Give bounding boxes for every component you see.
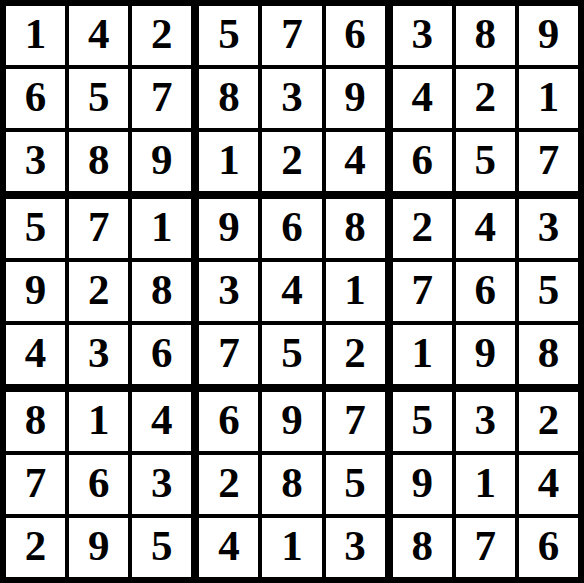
cell-digit: 8: [475, 12, 497, 55]
cell-r5c4[interactable]: 3: [199, 262, 258, 321]
cell-digit: 6: [538, 524, 560, 567]
cell-r3c3[interactable]: 9: [132, 132, 191, 191]
cell-r4c5[interactable]: 6: [262, 199, 321, 258]
cell-digit: 7: [344, 398, 366, 441]
cell-digit: 8: [281, 461, 303, 504]
cell-r4c6[interactable]: 8: [326, 199, 385, 258]
cell-digit: 4: [411, 75, 433, 118]
cell-digit: 8: [25, 398, 47, 441]
cell-digit: 6: [151, 331, 173, 374]
cell-r5c6[interactable]: 1: [326, 262, 385, 321]
cell-digit: 3: [151, 461, 173, 504]
cell-r1c7[interactable]: 3: [393, 6, 452, 65]
cell-r7c4[interactable]: 6: [199, 392, 258, 451]
cell-digit: 5: [25, 205, 47, 248]
cell-digit: 9: [475, 331, 497, 374]
cell-r5c5[interactable]: 4: [262, 262, 321, 321]
cell-digit: 1: [538, 75, 560, 118]
cell-digit: 9: [88, 524, 110, 567]
block-2-1: 571928436: [6, 199, 191, 384]
cell-r9c3[interactable]: 5: [132, 518, 191, 577]
cell-digit: 1: [25, 12, 47, 55]
cell-digit: 9: [151, 138, 173, 181]
cell-r4c3[interactable]: 1: [132, 199, 191, 258]
cell-digit: 8: [411, 524, 433, 567]
cell-digit: 5: [218, 12, 240, 55]
cell-digit: 5: [151, 524, 173, 567]
cell-digit: 6: [411, 138, 433, 181]
cell-digit: 4: [25, 331, 47, 374]
cell-digit: 3: [88, 331, 110, 374]
cell-digit: 5: [411, 398, 433, 441]
cell-digit: 3: [538, 205, 560, 248]
cell-r2c6[interactable]: 9: [326, 69, 385, 128]
cell-r7c1[interactable]: 8: [6, 392, 65, 451]
cell-r4c8[interactable]: 4: [456, 199, 515, 258]
cell-digit: 3: [281, 75, 303, 118]
cell-r5c2[interactable]: 2: [69, 262, 128, 321]
cell-r6c9[interactable]: 8: [519, 325, 578, 384]
cell-digit: 3: [218, 268, 240, 311]
cell-digit: 7: [151, 75, 173, 118]
cell-r3c2[interactable]: 8: [69, 132, 128, 191]
cell-digit: 5: [281, 331, 303, 374]
cell-digit: 2: [151, 12, 173, 55]
cell-r9c5[interactable]: 1: [262, 518, 321, 577]
cell-r6c4[interactable]: 7: [199, 325, 258, 384]
cell-digit: 7: [218, 331, 240, 374]
cell-r8c9[interactable]: 4: [519, 455, 578, 514]
cell-r6c8[interactable]: 9: [456, 325, 515, 384]
cell-digit: 2: [88, 268, 110, 311]
cell-r9c2[interactable]: 9: [69, 518, 128, 577]
cell-r8c8[interactable]: 1: [456, 455, 515, 514]
cell-r6c7[interactable]: 1: [393, 325, 452, 384]
cell-r5c9[interactable]: 5: [519, 262, 578, 321]
cell-r2c3[interactable]: 7: [132, 69, 191, 128]
cell-r6c5[interactable]: 5: [262, 325, 321, 384]
cell-digit: 5: [475, 138, 497, 181]
cell-r7c7[interactable]: 5: [393, 392, 452, 451]
cell-r3c5[interactable]: 2: [262, 132, 321, 191]
cell-r9c4[interactable]: 4: [199, 518, 258, 577]
cell-digit: 3: [475, 398, 497, 441]
cell-r3c1[interactable]: 3: [6, 132, 65, 191]
cell-digit: 7: [475, 524, 497, 567]
cell-digit: 1: [411, 331, 433, 374]
cell-digit: 6: [25, 75, 47, 118]
cell-r1c4[interactable]: 5: [199, 6, 258, 65]
cell-r9c9[interactable]: 6: [519, 518, 578, 577]
cell-digit: 1: [475, 461, 497, 504]
cell-r8c4[interactable]: 2: [199, 455, 258, 514]
cell-digit: 9: [281, 398, 303, 441]
cell-r4c9[interactable]: 3: [519, 199, 578, 258]
cell-r6c3[interactable]: 6: [132, 325, 191, 384]
cell-digit: 2: [411, 205, 433, 248]
cell-r2c2[interactable]: 5: [69, 69, 128, 128]
cell-digit: 8: [538, 331, 560, 374]
cell-r2c1[interactable]: 6: [6, 69, 65, 128]
cell-r2c5[interactable]: 3: [262, 69, 321, 128]
cell-digit: 1: [218, 138, 240, 181]
cell-digit: 2: [25, 524, 47, 567]
cell-digit: 8: [344, 205, 366, 248]
block-1-1: 142657389: [6, 6, 191, 191]
cell-r7c3[interactable]: 4: [132, 392, 191, 451]
cell-r5c8[interactable]: 6: [456, 262, 515, 321]
block-1-3: 389421657: [393, 6, 578, 191]
cell-digit: 9: [344, 75, 366, 118]
cell-r3c6[interactable]: 4: [326, 132, 385, 191]
cell-digit: 2: [218, 461, 240, 504]
cell-digit: 8: [88, 138, 110, 181]
block-2-2: 968341752: [199, 199, 384, 384]
cell-r4c2[interactable]: 7: [69, 199, 128, 258]
cell-r8c3[interactable]: 3: [132, 455, 191, 514]
cell-r1c6[interactable]: 6: [326, 6, 385, 65]
cell-r5c7[interactable]: 7: [393, 262, 452, 321]
cell-r8c7[interactable]: 9: [393, 455, 452, 514]
cell-r9c1[interactable]: 2: [6, 518, 65, 577]
cell-digit: 1: [281, 524, 303, 567]
cell-digit: 9: [538, 12, 560, 55]
cell-digit: 8: [151, 268, 173, 311]
cell-r8c6[interactable]: 5: [326, 455, 385, 514]
cell-r4c7[interactable]: 2: [393, 199, 452, 258]
cell-digit: 5: [344, 461, 366, 504]
cell-digit: 8: [218, 75, 240, 118]
cell-digit: 7: [25, 461, 47, 504]
cell-digit: 9: [411, 461, 433, 504]
cell-digit: 6: [344, 12, 366, 55]
cell-r8c5[interactable]: 8: [262, 455, 321, 514]
cell-r1c2[interactable]: 4: [69, 6, 128, 65]
cell-digit: 2: [281, 138, 303, 181]
block-3-1: 814763295: [6, 392, 191, 577]
cell-digit: 4: [538, 461, 560, 504]
cell-r7c5[interactable]: 9: [262, 392, 321, 451]
cell-r3c7[interactable]: 6: [393, 132, 452, 191]
cell-digit: 1: [88, 398, 110, 441]
cell-digit: 4: [88, 12, 110, 55]
cell-r2c4[interactable]: 8: [199, 69, 258, 128]
cell-r7c8[interactable]: 3: [456, 392, 515, 451]
cell-r9c8[interactable]: 7: [456, 518, 515, 577]
cell-digit: 4: [344, 138, 366, 181]
cell-digit: 4: [475, 205, 497, 248]
cell-digit: 1: [151, 205, 173, 248]
cell-r8c1[interactable]: 7: [6, 455, 65, 514]
cell-r7c2[interactable]: 1: [69, 392, 128, 451]
cell-digit: 3: [411, 12, 433, 55]
block-1-2: 576839124: [199, 6, 384, 191]
cell-digit: 4: [151, 398, 173, 441]
cell-digit: 9: [218, 205, 240, 248]
cell-digit: 9: [25, 268, 47, 311]
cell-digit: 7: [411, 268, 433, 311]
cell-digit: 6: [475, 268, 497, 311]
cell-r2c8[interactable]: 2: [456, 69, 515, 128]
block-3-3: 532914876: [393, 392, 578, 577]
cell-digit: 2: [475, 75, 497, 118]
cell-r5c1[interactable]: 9: [6, 262, 65, 321]
cell-digit: 5: [88, 75, 110, 118]
cell-r6c2[interactable]: 3: [69, 325, 128, 384]
cell-r1c8[interactable]: 8: [456, 6, 515, 65]
cell-digit: 6: [218, 398, 240, 441]
cell-r1c5[interactable]: 7: [262, 6, 321, 65]
cell-digit: 4: [218, 524, 240, 567]
cell-digit: 7: [538, 138, 560, 181]
cell-r7c9[interactable]: 2: [519, 392, 578, 451]
cell-digit: 6: [281, 205, 303, 248]
cell-digit: 2: [344, 331, 366, 374]
cell-r5c3[interactable]: 8: [132, 262, 191, 321]
cell-r8c2[interactable]: 6: [69, 455, 128, 514]
cell-digit: 3: [25, 138, 47, 181]
cell-digit: 7: [281, 12, 303, 55]
cell-r3c8[interactable]: 5: [456, 132, 515, 191]
cell-digit: 1: [344, 268, 366, 311]
cell-r4c4[interactable]: 9: [199, 199, 258, 258]
cell-r4c1[interactable]: 5: [6, 199, 65, 258]
cell-digit: 6: [88, 461, 110, 504]
cell-digit: 4: [281, 268, 303, 311]
cell-r7c6[interactable]: 7: [326, 392, 385, 451]
block-2-3: 243765198: [393, 199, 578, 384]
cell-r1c9[interactable]: 9: [519, 6, 578, 65]
block-3-2: 697285413: [199, 392, 384, 577]
cell-r3c4[interactable]: 1: [199, 132, 258, 191]
cell-r1c1[interactable]: 1: [6, 6, 65, 65]
cell-r6c1[interactable]: 4: [6, 325, 65, 384]
cell-r6c6[interactable]: 2: [326, 325, 385, 384]
cell-digit: 3: [344, 524, 366, 567]
cell-r2c9[interactable]: 1: [519, 69, 578, 128]
cell-r9c6[interactable]: 3: [326, 518, 385, 577]
cell-r9c7[interactable]: 8: [393, 518, 452, 577]
cell-digit: 5: [538, 268, 560, 311]
cell-digit: 2: [538, 398, 560, 441]
cell-r3c9[interactable]: 7: [519, 132, 578, 191]
cell-r1c3[interactable]: 2: [132, 6, 191, 65]
cell-digit: 7: [88, 205, 110, 248]
sudoku-board: 1426573895768391243894216575719284369683…: [0, 0, 584, 583]
cell-r2c7[interactable]: 4: [393, 69, 452, 128]
